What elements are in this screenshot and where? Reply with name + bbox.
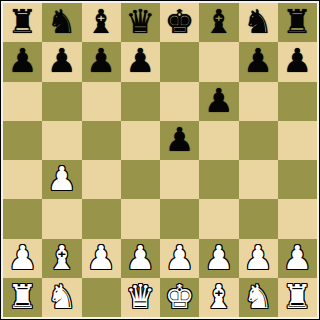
square-e8[interactable]: ♚ — [160, 3, 199, 42]
square-c1[interactable] — [82, 278, 121, 317]
square-f2[interactable]: ♟ — [199, 239, 238, 278]
square-c5[interactable] — [82, 121, 121, 160]
square-c2[interactable]: ♟ — [82, 239, 121, 278]
square-b7[interactable]: ♟ — [42, 42, 81, 81]
square-d7[interactable]: ♟ — [121, 42, 160, 81]
black-rook-piece[interactable]: ♜ — [8, 5, 38, 38]
square-a8[interactable]: ♜ — [3, 3, 42, 42]
square-f6[interactable]: ♟ — [199, 82, 238, 121]
square-h2[interactable]: ♟ — [278, 239, 317, 278]
square-c8[interactable]: ♝ — [82, 3, 121, 42]
black-bishop-piece[interactable]: ♝ — [86, 5, 116, 38]
white-king-piece[interactable]: ♚ — [165, 280, 195, 313]
white-bishop-piece[interactable]: ♝ — [204, 280, 234, 313]
square-f3[interactable] — [199, 199, 238, 238]
white-pawn-piece[interactable]: ♟ — [47, 162, 77, 195]
square-e2[interactable]: ♟ — [160, 239, 199, 278]
square-h4[interactable] — [278, 160, 317, 199]
white-rook-piece[interactable]: ♜ — [283, 280, 313, 313]
square-a7[interactable]: ♟ — [3, 42, 42, 81]
square-b5[interactable] — [42, 121, 81, 160]
square-f7[interactable] — [199, 42, 238, 81]
square-a4[interactable] — [3, 160, 42, 199]
white-rook-piece[interactable]: ♜ — [8, 280, 38, 313]
square-h1[interactable]: ♜ — [278, 278, 317, 317]
square-g1[interactable]: ♞ — [239, 278, 278, 317]
square-b3[interactable] — [42, 199, 81, 238]
square-a6[interactable] — [3, 82, 42, 121]
square-d3[interactable] — [121, 199, 160, 238]
square-d6[interactable] — [121, 82, 160, 121]
white-pawn-piece[interactable]: ♟ — [283, 241, 313, 274]
square-a5[interactable] — [3, 121, 42, 160]
square-b1[interactable]: ♞ — [42, 278, 81, 317]
black-pawn-piece[interactable]: ♟ — [8, 44, 38, 77]
square-f1[interactable]: ♝ — [199, 278, 238, 317]
square-g5[interactable] — [239, 121, 278, 160]
square-d8[interactable]: ♛ — [121, 3, 160, 42]
black-rook-piece[interactable]: ♜ — [283, 5, 313, 38]
square-h7[interactable]: ♟ — [278, 42, 317, 81]
square-g6[interactable] — [239, 82, 278, 121]
square-b4[interactable]: ♟ — [42, 160, 81, 199]
square-d4[interactable] — [121, 160, 160, 199]
board-frame: ♜♞♝♛♚♝♞♜♟♟♟♟♟♟♟♟♟♟♝♟♟♟♟♟♟♜♞♛♚♝♞♜ — [0, 0, 320, 320]
square-f4[interactable] — [199, 160, 238, 199]
square-c4[interactable] — [82, 160, 121, 199]
square-b6[interactable] — [42, 82, 81, 121]
white-bishop-piece[interactable]: ♝ — [47, 241, 77, 274]
square-f8[interactable]: ♝ — [199, 3, 238, 42]
square-f5[interactable] — [199, 121, 238, 160]
white-pawn-piece[interactable]: ♟ — [86, 241, 116, 274]
black-pawn-piece[interactable]: ♟ — [165, 123, 195, 156]
square-e1[interactable]: ♚ — [160, 278, 199, 317]
black-pawn-piece[interactable]: ♟ — [243, 44, 273, 77]
square-g3[interactable] — [239, 199, 278, 238]
white-pawn-piece[interactable]: ♟ — [204, 241, 234, 274]
black-pawn-piece[interactable]: ♟ — [86, 44, 116, 77]
white-pawn-piece[interactable]: ♟ — [243, 241, 273, 274]
chess-board: ♜♞♝♛♚♝♞♜♟♟♟♟♟♟♟♟♟♟♝♟♟♟♟♟♟♜♞♛♚♝♞♜ — [3, 3, 317, 317]
square-g2[interactable]: ♟ — [239, 239, 278, 278]
square-a2[interactable]: ♟ — [3, 239, 42, 278]
black-king-piece[interactable]: ♚ — [165, 5, 195, 38]
black-pawn-piece[interactable]: ♟ — [126, 44, 156, 77]
square-e5[interactable]: ♟ — [160, 121, 199, 160]
square-c3[interactable] — [82, 199, 121, 238]
square-h6[interactable] — [278, 82, 317, 121]
square-d2[interactable]: ♟ — [121, 239, 160, 278]
square-b2[interactable]: ♝ — [42, 239, 81, 278]
square-e4[interactable] — [160, 160, 199, 199]
square-g4[interactable] — [239, 160, 278, 199]
black-knight-piece[interactable]: ♞ — [243, 5, 273, 38]
square-c7[interactable]: ♟ — [82, 42, 121, 81]
square-h5[interactable] — [278, 121, 317, 160]
square-c6[interactable] — [82, 82, 121, 121]
square-b8[interactable]: ♞ — [42, 3, 81, 42]
square-h8[interactable]: ♜ — [278, 3, 317, 42]
square-e3[interactable] — [160, 199, 199, 238]
square-a3[interactable] — [3, 199, 42, 238]
square-g8[interactable]: ♞ — [239, 3, 278, 42]
square-d5[interactable] — [121, 121, 160, 160]
black-queen-piece[interactable]: ♛ — [126, 5, 156, 38]
black-knight-piece[interactable]: ♞ — [47, 5, 77, 38]
square-g7[interactable]: ♟ — [239, 42, 278, 81]
square-e6[interactable] — [160, 82, 199, 121]
black-pawn-piece[interactable]: ♟ — [47, 44, 77, 77]
white-pawn-piece[interactable]: ♟ — [165, 241, 195, 274]
white-queen-piece[interactable]: ♛ — [126, 280, 156, 313]
white-pawn-piece[interactable]: ♟ — [8, 241, 38, 274]
white-pawn-piece[interactable]: ♟ — [126, 241, 156, 274]
square-d1[interactable]: ♛ — [121, 278, 160, 317]
square-h3[interactable] — [278, 199, 317, 238]
white-knight-piece[interactable]: ♞ — [243, 280, 273, 313]
black-pawn-piece[interactable]: ♟ — [283, 44, 313, 77]
white-knight-piece[interactable]: ♞ — [47, 280, 77, 313]
black-bishop-piece[interactable]: ♝ — [204, 5, 234, 38]
black-pawn-piece[interactable]: ♟ — [204, 84, 234, 117]
square-e7[interactable] — [160, 42, 199, 81]
square-a1[interactable]: ♜ — [3, 278, 42, 317]
